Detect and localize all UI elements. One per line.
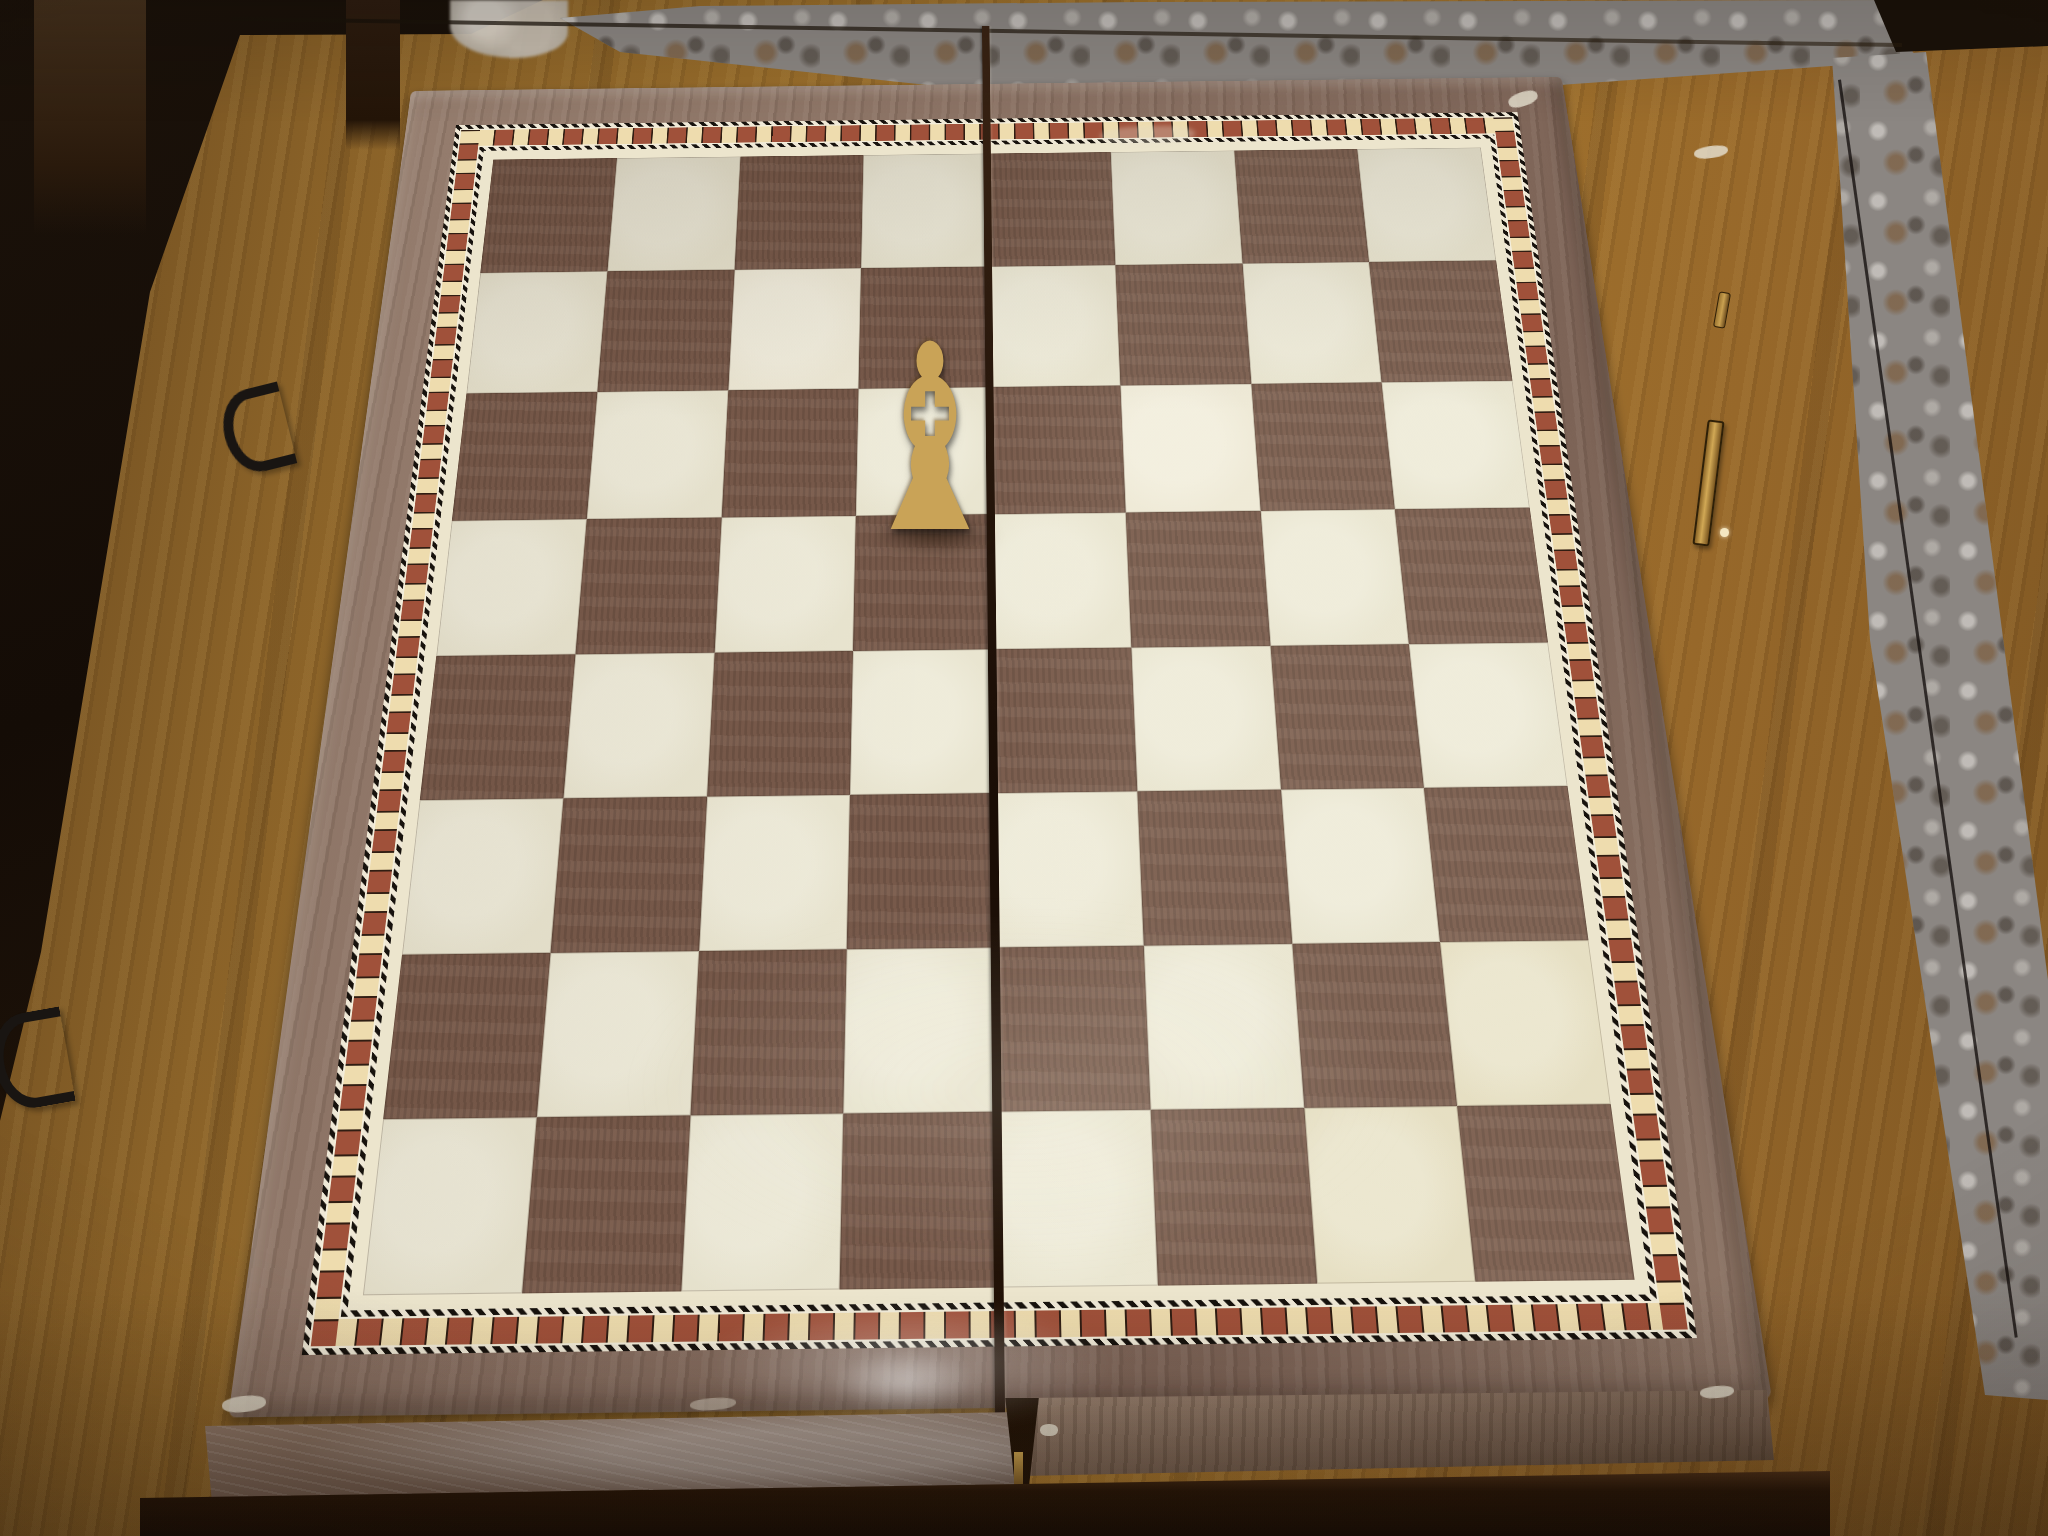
square-a4 [420, 654, 576, 800]
square-g4 [1270, 644, 1424, 790]
square-g5 [1260, 509, 1409, 646]
square-f6 [1120, 384, 1260, 513]
square-c8 [734, 155, 863, 270]
square-h8 [1357, 148, 1496, 263]
square-h1 [1457, 1104, 1634, 1282]
square-e5 [991, 512, 1131, 649]
square-b6 [587, 390, 728, 519]
square-f7 [1115, 264, 1251, 385]
square-a3 [402, 799, 563, 955]
frame-glare-hotspot [830, 1352, 980, 1412]
square-a1 [363, 1117, 537, 1295]
square-c5 [714, 516, 856, 653]
square-e8 [987, 152, 1115, 267]
square-h6 [1382, 380, 1530, 509]
square-g3 [1281, 788, 1441, 943]
square-e7 [988, 265, 1120, 386]
brass-highlight [1720, 528, 1729, 537]
square-h2 [1440, 940, 1611, 1106]
square-a5 [436, 519, 586, 656]
square-e6 [989, 385, 1125, 514]
square-a7 [466, 271, 607, 393]
square-b4 [563, 653, 714, 799]
square-f8 [1110, 151, 1242, 266]
square-g6 [1251, 382, 1395, 511]
square-a2 [383, 952, 550, 1118]
photo-scene: ♝ [0, 0, 2048, 1536]
square-d4 [850, 649, 993, 795]
square-b3 [550, 797, 706, 953]
square-e4 [992, 648, 1137, 794]
square-h5 [1395, 507, 1548, 644]
granite-countertop-right [1770, 40, 2048, 1420]
piece-white-bishop: ♝ [852, 318, 1008, 568]
square-a8 [480, 158, 616, 273]
square-a6 [452, 392, 597, 521]
cabinet-plank [34, 0, 146, 235]
scuff-chip [1040, 1424, 1058, 1436]
square-h7 [1369, 261, 1512, 382]
clasp-hook-lower [0, 1006, 76, 1113]
square-g7 [1242, 262, 1382, 383]
square-c7 [728, 268, 861, 390]
square-f4 [1131, 646, 1280, 792]
dark-band-top-right [1870, 0, 2048, 56]
square-c6 [721, 388, 858, 517]
square-h3 [1424, 786, 1588, 941]
square-b5 [575, 517, 721, 654]
square-c4 [707, 651, 854, 797]
square-h4 [1409, 642, 1568, 788]
square-b8 [607, 157, 740, 272]
square-d8 [861, 154, 988, 269]
board-sheen [620, 900, 1420, 1280]
square-f5 [1125, 511, 1270, 648]
square-b7 [597, 270, 734, 392]
square-g8 [1234, 149, 1369, 264]
